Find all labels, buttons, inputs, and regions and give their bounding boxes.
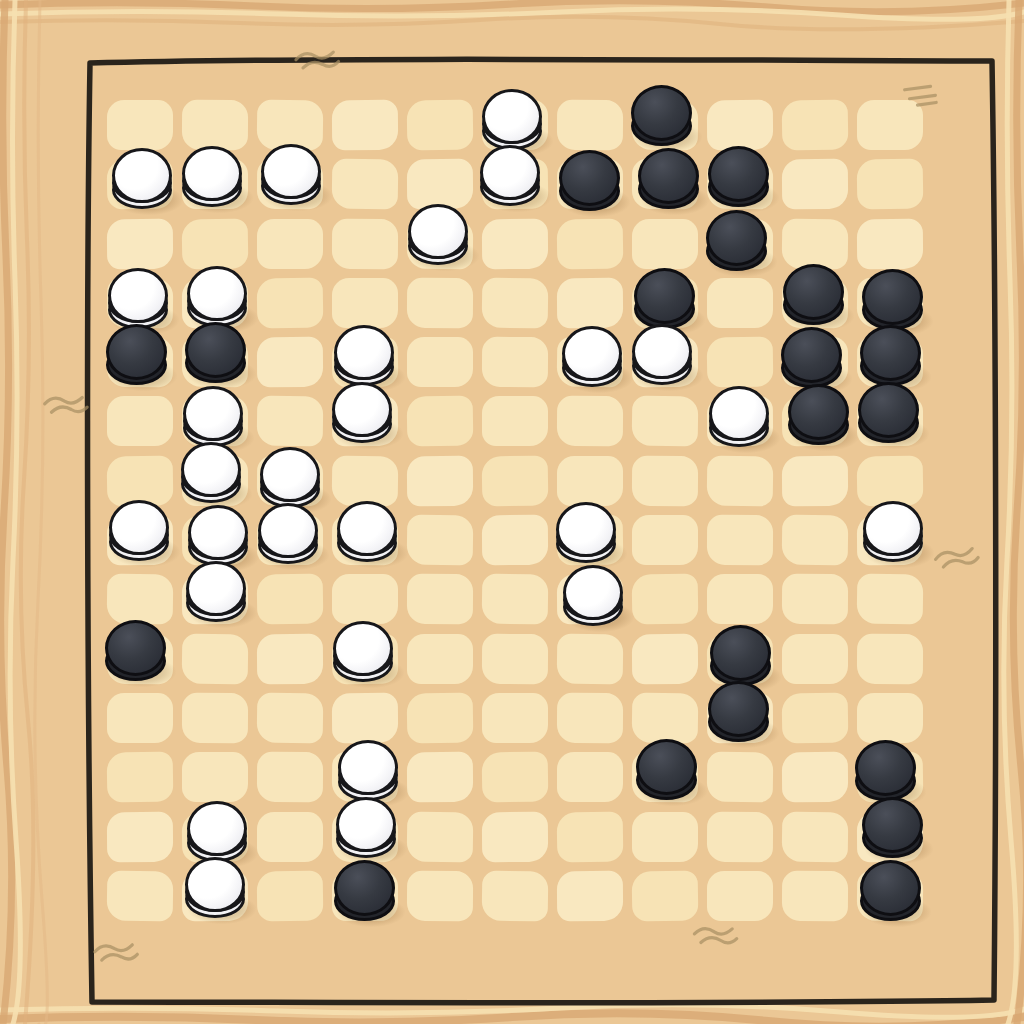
black-stone[interactable] bbox=[786, 383, 852, 453]
white-stone[interactable] bbox=[334, 796, 400, 866]
white-stone[interactable] bbox=[630, 323, 696, 393]
white-stone[interactable] bbox=[561, 564, 627, 634]
white-stone[interactable] bbox=[861, 500, 927, 570]
black-stone[interactable] bbox=[332, 859, 398, 929]
black-stone[interactable] bbox=[706, 680, 772, 750]
stones-layer bbox=[0, 0, 1024, 1024]
white-stone[interactable] bbox=[707, 385, 773, 455]
black-stone[interactable] bbox=[183, 321, 249, 391]
white-stone[interactable] bbox=[179, 441, 245, 511]
black-stone[interactable] bbox=[856, 381, 922, 451]
white-stone[interactable] bbox=[183, 856, 249, 926]
white-stone[interactable] bbox=[560, 325, 626, 395]
black-stone[interactable] bbox=[858, 859, 924, 929]
white-stone[interactable] bbox=[256, 502, 322, 572]
black-stone[interactable] bbox=[704, 209, 770, 279]
white-stone[interactable] bbox=[406, 203, 472, 273]
white-stone[interactable] bbox=[331, 620, 397, 690]
black-stone[interactable] bbox=[104, 323, 170, 393]
white-stone[interactable] bbox=[180, 145, 246, 215]
white-stone[interactable] bbox=[107, 499, 173, 569]
white-stone[interactable] bbox=[330, 381, 396, 451]
white-stone[interactable] bbox=[259, 143, 325, 213]
black-stone[interactable] bbox=[706, 145, 772, 215]
white-stone[interactable] bbox=[335, 500, 401, 570]
white-stone[interactable] bbox=[184, 560, 250, 630]
black-stone[interactable] bbox=[634, 738, 700, 808]
white-stone[interactable] bbox=[478, 144, 544, 214]
black-stone[interactable] bbox=[557, 149, 623, 219]
black-stone[interactable] bbox=[103, 619, 169, 689]
white-stone[interactable] bbox=[110, 147, 176, 217]
black-stone[interactable] bbox=[860, 796, 926, 866]
black-stone[interactable] bbox=[636, 147, 702, 217]
white-stone[interactable] bbox=[554, 501, 620, 571]
black-stone[interactable] bbox=[781, 263, 847, 333]
black-stone[interactable] bbox=[629, 84, 695, 154]
